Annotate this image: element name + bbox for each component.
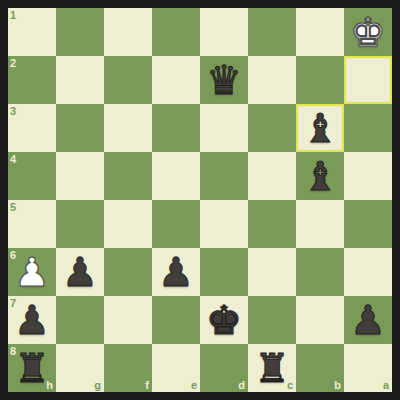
square-c1[interactable] bbox=[248, 8, 296, 56]
square-d8[interactable]: d bbox=[200, 344, 248, 392]
square-d7[interactable]: ♚ bbox=[200, 296, 248, 344]
white-king[interactable]: ♚ bbox=[350, 12, 386, 52]
black-pawn[interactable]: ♟ bbox=[14, 300, 50, 340]
square-e7[interactable] bbox=[152, 296, 200, 344]
rank-label-1: 1 bbox=[10, 10, 16, 21]
square-f5[interactable] bbox=[104, 200, 152, 248]
rank-label-2: 2 bbox=[10, 58, 16, 69]
square-c5[interactable] bbox=[248, 200, 296, 248]
file-label-b: b bbox=[334, 380, 341, 391]
square-e2[interactable] bbox=[152, 56, 200, 104]
file-label-f: f bbox=[145, 380, 149, 391]
square-c2[interactable] bbox=[248, 56, 296, 104]
rank-label-3: 3 bbox=[10, 106, 16, 117]
black-pawn[interactable]: ♟ bbox=[62, 252, 98, 292]
square-b4[interactable]: ♝ bbox=[296, 152, 344, 200]
square-h8[interactable]: 8h♜ bbox=[8, 344, 56, 392]
square-e8[interactable]: e bbox=[152, 344, 200, 392]
square-b7[interactable] bbox=[296, 296, 344, 344]
square-a2[interactable] bbox=[344, 56, 392, 104]
square-h1[interactable]: 1 bbox=[8, 8, 56, 56]
black-pawn[interactable]: ♟ bbox=[350, 300, 386, 340]
square-d6[interactable] bbox=[200, 248, 248, 296]
square-e1[interactable] bbox=[152, 8, 200, 56]
black-pawn[interactable]: ♟ bbox=[158, 252, 194, 292]
square-g7[interactable] bbox=[56, 296, 104, 344]
file-label-a: a bbox=[383, 380, 389, 391]
square-a6[interactable] bbox=[344, 248, 392, 296]
file-label-g: g bbox=[94, 380, 101, 391]
square-f2[interactable] bbox=[104, 56, 152, 104]
square-c3[interactable] bbox=[248, 104, 296, 152]
square-e5[interactable] bbox=[152, 200, 200, 248]
square-g6[interactable]: ♟ bbox=[56, 248, 104, 296]
square-e4[interactable] bbox=[152, 152, 200, 200]
square-d1[interactable] bbox=[200, 8, 248, 56]
square-a8[interactable]: a bbox=[344, 344, 392, 392]
square-h4[interactable]: 4 bbox=[8, 152, 56, 200]
square-d3[interactable] bbox=[200, 104, 248, 152]
square-b3[interactable]: ♝ bbox=[296, 104, 344, 152]
square-c4[interactable] bbox=[248, 152, 296, 200]
square-h5[interactable]: 5 bbox=[8, 200, 56, 248]
square-h6[interactable]: 6♟ bbox=[8, 248, 56, 296]
square-a4[interactable] bbox=[344, 152, 392, 200]
square-h7[interactable]: 7♟ bbox=[8, 296, 56, 344]
black-king[interactable]: ♚ bbox=[206, 300, 242, 340]
rank-label-5: 5 bbox=[10, 202, 16, 213]
square-e3[interactable] bbox=[152, 104, 200, 152]
square-g4[interactable] bbox=[56, 152, 104, 200]
square-c6[interactable] bbox=[248, 248, 296, 296]
square-b1[interactable] bbox=[296, 8, 344, 56]
square-b8[interactable]: b bbox=[296, 344, 344, 392]
square-c7[interactable] bbox=[248, 296, 296, 344]
square-d4[interactable] bbox=[200, 152, 248, 200]
square-a3[interactable] bbox=[344, 104, 392, 152]
chess-board: 1♚2♛3♝4♝56♟♟♟7♟♚♟8h♜gfedc♜ba bbox=[8, 8, 392, 392]
square-b2[interactable] bbox=[296, 56, 344, 104]
square-a1[interactable]: ♚ bbox=[344, 8, 392, 56]
board-frame: 1♚2♛3♝4♝56♟♟♟7♟♚♟8h♜gfedc♜ba bbox=[0, 0, 400, 400]
square-g3[interactable] bbox=[56, 104, 104, 152]
black-rook[interactable]: ♜ bbox=[254, 348, 290, 388]
square-g1[interactable] bbox=[56, 8, 104, 56]
square-b5[interactable] bbox=[296, 200, 344, 248]
square-f4[interactable] bbox=[104, 152, 152, 200]
square-f7[interactable] bbox=[104, 296, 152, 344]
square-a5[interactable] bbox=[344, 200, 392, 248]
file-label-e: e bbox=[191, 380, 197, 391]
square-f8[interactable]: f bbox=[104, 344, 152, 392]
black-bishop[interactable]: ♝ bbox=[302, 156, 338, 196]
black-queen[interactable]: ♛ bbox=[206, 60, 242, 100]
square-g5[interactable] bbox=[56, 200, 104, 248]
square-g2[interactable] bbox=[56, 56, 104, 104]
square-d5[interactable] bbox=[200, 200, 248, 248]
file-label-d: d bbox=[238, 380, 245, 391]
black-rook[interactable]: ♜ bbox=[14, 348, 50, 388]
square-f6[interactable] bbox=[104, 248, 152, 296]
square-c8[interactable]: c♜ bbox=[248, 344, 296, 392]
white-pawn[interactable]: ♟ bbox=[14, 252, 50, 292]
square-h2[interactable]: 2 bbox=[8, 56, 56, 104]
square-h3[interactable]: 3 bbox=[8, 104, 56, 152]
square-b6[interactable] bbox=[296, 248, 344, 296]
square-f1[interactable] bbox=[104, 8, 152, 56]
black-bishop[interactable]: ♝ bbox=[302, 108, 338, 148]
square-d2[interactable]: ♛ bbox=[200, 56, 248, 104]
square-e6[interactable]: ♟ bbox=[152, 248, 200, 296]
rank-label-4: 4 bbox=[10, 154, 16, 165]
square-a7[interactable]: ♟ bbox=[344, 296, 392, 344]
square-f3[interactable] bbox=[104, 104, 152, 152]
square-g8[interactable]: g bbox=[56, 344, 104, 392]
